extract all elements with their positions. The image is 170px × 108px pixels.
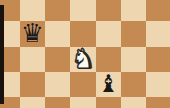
square-c4-r4[interactable] bbox=[96, 97, 121, 108]
square-c5-r2[interactable] bbox=[121, 47, 146, 72]
square-c2-r3[interactable] bbox=[45, 72, 70, 97]
chess-board-screenshot: ♛♞♝ bbox=[0, 0, 170, 108]
square-c6-r2[interactable] bbox=[146, 47, 170, 72]
black-bishop-piece[interactable]: ♝ bbox=[98, 72, 120, 96]
square-c6-r1[interactable] bbox=[146, 21, 170, 47]
square-c5-r4[interactable] bbox=[121, 97, 146, 108]
board-edge-strip bbox=[0, 5, 4, 104]
square-c6-r4[interactable] bbox=[146, 97, 170, 108]
square-c3-r3[interactable] bbox=[70, 72, 96, 97]
square-c3-r0[interactable] bbox=[70, 0, 96, 21]
square-c3-r4[interactable] bbox=[70, 97, 96, 108]
square-c6-r0[interactable] bbox=[146, 0, 170, 21]
square-c4-r0[interactable] bbox=[96, 0, 121, 21]
square-c2-r0[interactable] bbox=[45, 0, 70, 21]
square-c1-r2[interactable] bbox=[20, 47, 45, 72]
square-c2-r1[interactable] bbox=[45, 21, 70, 47]
square-c5-r0[interactable] bbox=[121, 0, 146, 21]
square-c5-r3[interactable] bbox=[121, 72, 146, 97]
square-c5-r1[interactable] bbox=[121, 21, 146, 47]
square-c1-r3[interactable] bbox=[20, 72, 45, 97]
square-c2-r4[interactable] bbox=[45, 97, 70, 108]
square-c4-r2[interactable] bbox=[96, 47, 121, 72]
square-c6-r3[interactable] bbox=[146, 72, 170, 97]
white-knight-piece[interactable]: ♞ bbox=[71, 45, 95, 72]
square-c1-r4[interactable] bbox=[20, 97, 45, 108]
square-c4-r1[interactable] bbox=[96, 21, 121, 47]
square-c2-r2[interactable] bbox=[45, 47, 70, 72]
chess-board: ♛♞♝ bbox=[0, 0, 170, 108]
black-queen-piece[interactable]: ♛ bbox=[21, 20, 44, 46]
